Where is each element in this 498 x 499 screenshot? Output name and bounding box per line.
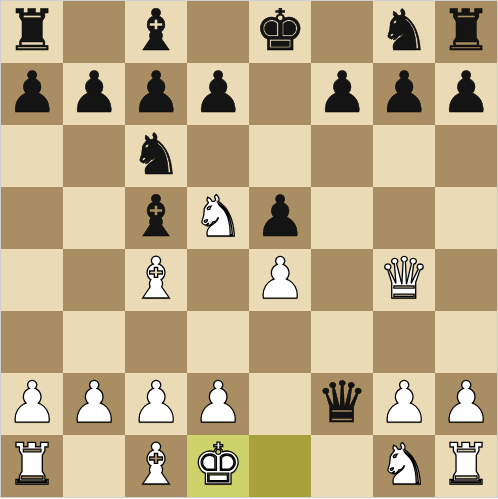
square-d2[interactable]: ♟ [187, 373, 249, 435]
square-g7[interactable]: ♟ [373, 63, 435, 125]
piece-black-pawn-b7[interactable]: ♟ [68, 63, 119, 123]
square-d8[interactable] [187, 1, 249, 63]
piece-white-pawn-d2[interactable]: ♟ [192, 373, 243, 433]
square-h2[interactable]: ♟ [435, 373, 497, 435]
square-a6[interactable] [1, 125, 63, 187]
square-h7[interactable]: ♟ [435, 63, 497, 125]
square-b3[interactable] [63, 311, 125, 373]
square-c2[interactable]: ♟ [125, 373, 187, 435]
piece-black-pawn-a7[interactable]: ♟ [6, 63, 57, 123]
square-d4[interactable] [187, 249, 249, 311]
square-c7[interactable]: ♟ [125, 63, 187, 125]
piece-white-rook-h1[interactable]: ♜ [440, 435, 491, 495]
chess-board: ♜♝♚♞♜♟♟♟♟♟♟♟♞♝♞♟♝♟♛♟♟♟♟♛♟♟♜♝♚♞♜ [1, 1, 497, 497]
square-c1[interactable]: ♝ [125, 435, 187, 497]
piece-white-pawn-b2[interactable]: ♟ [68, 373, 119, 433]
square-e2[interactable] [249, 373, 311, 435]
square-e6[interactable] [249, 125, 311, 187]
square-b2[interactable]: ♟ [63, 373, 125, 435]
piece-black-queen-f2[interactable]: ♛ [316, 373, 367, 433]
square-a3[interactable] [1, 311, 63, 373]
square-c6[interactable]: ♞ [125, 125, 187, 187]
square-a2[interactable]: ♟ [1, 373, 63, 435]
piece-white-pawn-g2[interactable]: ♟ [378, 373, 429, 433]
piece-white-bishop-c1[interactable]: ♝ [130, 435, 181, 495]
square-b1[interactable] [63, 435, 125, 497]
square-f4[interactable] [311, 249, 373, 311]
piece-white-pawn-e4[interactable]: ♟ [254, 249, 305, 309]
piece-white-knight-g1[interactable]: ♞ [378, 435, 429, 495]
piece-black-pawn-e5[interactable]: ♟ [254, 187, 305, 247]
square-f2[interactable]: ♛ [311, 373, 373, 435]
square-e1[interactable] [249, 435, 311, 497]
square-b5[interactable] [63, 187, 125, 249]
piece-black-pawn-d7[interactable]: ♟ [192, 63, 243, 123]
square-g5[interactable] [373, 187, 435, 249]
square-c4[interactable]: ♝ [125, 249, 187, 311]
square-e5[interactable]: ♟ [249, 187, 311, 249]
piece-black-pawn-h7[interactable]: ♟ [440, 63, 491, 123]
piece-black-bishop-c5[interactable]: ♝ [130, 187, 181, 247]
piece-black-knight-c6[interactable]: ♞ [130, 125, 181, 185]
square-f3[interactable] [311, 311, 373, 373]
piece-white-pawn-h2[interactable]: ♟ [440, 373, 491, 433]
square-e3[interactable] [249, 311, 311, 373]
chess-board-frame: ♜♝♚♞♜♟♟♟♟♟♟♟♞♝♞♟♝♟♛♟♟♟♟♛♟♟♜♝♚♞♜ [0, 0, 498, 498]
square-a4[interactable] [1, 249, 63, 311]
piece-black-pawn-c7[interactable]: ♟ [130, 63, 181, 123]
piece-black-bishop-c8[interactable]: ♝ [130, 1, 181, 61]
square-e4[interactable]: ♟ [249, 249, 311, 311]
square-e7[interactable] [249, 63, 311, 125]
square-a8[interactable]: ♜ [1, 1, 63, 63]
piece-white-pawn-c2[interactable]: ♟ [130, 373, 181, 433]
square-c3[interactable] [125, 311, 187, 373]
square-h8[interactable]: ♜ [435, 1, 497, 63]
piece-black-rook-a8[interactable]: ♜ [6, 1, 57, 61]
square-f8[interactable] [311, 1, 373, 63]
square-d5[interactable]: ♞ [187, 187, 249, 249]
piece-black-pawn-f7[interactable]: ♟ [316, 63, 367, 123]
piece-white-rook-a1[interactable]: ♜ [6, 435, 57, 495]
piece-black-pawn-g7[interactable]: ♟ [378, 63, 429, 123]
square-f6[interactable] [311, 125, 373, 187]
piece-black-king-e8[interactable]: ♚ [254, 1, 305, 61]
square-b6[interactable] [63, 125, 125, 187]
square-d1[interactable]: ♚ [187, 435, 249, 497]
square-f5[interactable] [311, 187, 373, 249]
square-c5[interactable]: ♝ [125, 187, 187, 249]
square-e8[interactable]: ♚ [249, 1, 311, 63]
piece-white-king-d1[interactable]: ♚ [192, 435, 243, 495]
square-f1[interactable] [311, 435, 373, 497]
square-b7[interactable]: ♟ [63, 63, 125, 125]
square-d7[interactable]: ♟ [187, 63, 249, 125]
square-b4[interactable] [63, 249, 125, 311]
square-g6[interactable] [373, 125, 435, 187]
piece-white-bishop-c4[interactable]: ♝ [130, 249, 181, 309]
square-g1[interactable]: ♞ [373, 435, 435, 497]
square-a1[interactable]: ♜ [1, 435, 63, 497]
square-d3[interactable] [187, 311, 249, 373]
piece-white-knight-d5[interactable]: ♞ [192, 187, 243, 247]
square-b8[interactable] [63, 1, 125, 63]
piece-white-pawn-a2[interactable]: ♟ [6, 373, 57, 433]
square-h4[interactable] [435, 249, 497, 311]
square-d6[interactable] [187, 125, 249, 187]
square-g8[interactable]: ♞ [373, 1, 435, 63]
piece-white-queen-g4[interactable]: ♛ [378, 249, 429, 309]
square-h6[interactable] [435, 125, 497, 187]
square-a5[interactable] [1, 187, 63, 249]
square-h3[interactable] [435, 311, 497, 373]
piece-black-knight-g8[interactable]: ♞ [378, 1, 429, 61]
square-a7[interactable]: ♟ [1, 63, 63, 125]
square-h1[interactable]: ♜ [435, 435, 497, 497]
square-f7[interactable]: ♟ [311, 63, 373, 125]
square-g3[interactable] [373, 311, 435, 373]
square-g2[interactable]: ♟ [373, 373, 435, 435]
square-c8[interactable]: ♝ [125, 1, 187, 63]
square-h5[interactable] [435, 187, 497, 249]
piece-black-rook-h8[interactable]: ♜ [440, 1, 491, 61]
square-g4[interactable]: ♛ [373, 249, 435, 311]
